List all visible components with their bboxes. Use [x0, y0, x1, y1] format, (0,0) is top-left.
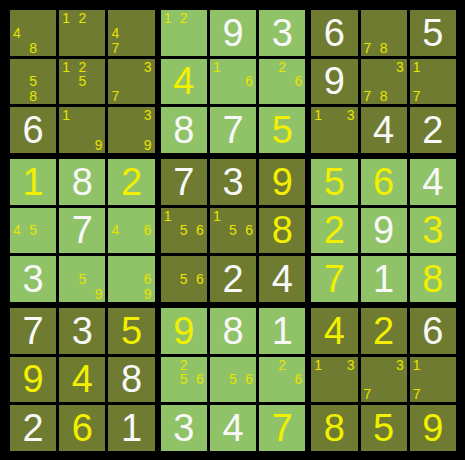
pencil-mark-2: 2 — [276, 358, 289, 373]
given-digit: 8 — [222, 312, 243, 350]
pencil-mark-6: 6 — [190, 372, 203, 387]
pencil-mark-6: 6 — [138, 272, 151, 287]
pencil-marks: 45 — [13, 209, 53, 253]
cell-r9c2[interactable]: 6 — [59, 405, 105, 451]
cell-r6c9[interactable]: 8 — [410, 256, 456, 302]
given-digit: 4 — [272, 260, 293, 298]
cell-r6c2[interactable]: 59 — [59, 256, 105, 302]
pencil-mark-7: 7 — [364, 89, 377, 104]
cell-r9c6[interactable]: 7 — [259, 405, 305, 451]
cell-r4c2[interactable]: 8 — [59, 159, 105, 205]
cell-r9c5[interactable]: 4 — [210, 405, 256, 451]
pencil-mark-9: 9 — [89, 137, 102, 152]
pencil-mark-9: 9 — [138, 286, 151, 301]
pencil-marks: 39 — [111, 108, 151, 152]
given-digit: 8 — [121, 360, 142, 398]
pencil-marks: 46 — [111, 209, 151, 253]
cell-r8c8[interactable]: 37 — [361, 357, 407, 403]
pencil-mark-6: 6 — [190, 272, 203, 287]
pencil-mark-1: 1 — [164, 209, 177, 224]
pencil-marks: 256 — [164, 358, 204, 402]
pencil-marks: 56 — [164, 257, 204, 301]
cell-r4c1[interactable]: 1 — [10, 159, 56, 205]
pencil-mark-1: 1 — [213, 209, 226, 224]
cell-r7c5[interactable]: 8 — [210, 308, 256, 354]
cell-r8c1[interactable]: 9 — [10, 357, 56, 403]
pencil-marks: 378 — [364, 60, 404, 104]
solved-digit: 7 — [324, 260, 345, 298]
cell-r5c6[interactable]: 8 — [259, 208, 305, 254]
cell-r1c7[interactable]: 6 — [311, 10, 357, 56]
box-6: 564293718 — [311, 159, 456, 302]
cell-r6c7[interactable]: 7 — [311, 256, 357, 302]
cell-r3c6[interactable]: 5 — [259, 107, 305, 153]
pencil-marks: 13 — [314, 108, 354, 152]
cell-r4c6[interactable]: 9 — [259, 159, 305, 205]
solved-digit: 4 — [72, 360, 93, 398]
cell-r6c6[interactable]: 4 — [259, 256, 305, 302]
solved-digit: 5 — [373, 409, 394, 447]
pencil-mark-4: 4 — [111, 26, 124, 41]
pencil-mark-5: 5 — [177, 223, 190, 238]
pencil-mark-2: 2 — [177, 11, 190, 26]
cell-r7c1[interactable]: 7 — [10, 308, 56, 354]
given-digit: 3 — [272, 14, 293, 52]
pencil-mark-3: 3 — [341, 358, 354, 373]
cell-r2c9[interactable]: 17 — [410, 59, 456, 105]
pencil-marks: 26 — [262, 358, 302, 402]
solved-digit: 2 — [324, 211, 345, 249]
solved-digit: 5 — [121, 312, 142, 350]
solved-digit: 5 — [324, 163, 345, 201]
pencil-marks: 37 — [364, 358, 404, 402]
pencil-mark-9: 9 — [89, 286, 102, 301]
solved-digit: 2 — [121, 163, 142, 201]
pencil-mark-6: 6 — [190, 223, 203, 238]
cell-r8c3[interactable]: 8 — [108, 357, 154, 403]
pencil-marks: 69 — [111, 257, 151, 301]
pencil-mark-3: 3 — [138, 108, 151, 123]
cell-r1c4[interactable]: 12 — [161, 10, 207, 56]
pencil-mark-7: 7 — [413, 89, 426, 104]
cell-r5c9[interactable]: 3 — [410, 208, 456, 254]
solved-digit: 6 — [373, 163, 394, 201]
cell-r6c8[interactable]: 1 — [361, 256, 407, 302]
pencil-mark-8: 8 — [377, 40, 390, 55]
pencil-marks: 47 — [111, 11, 151, 55]
cell-r9c8[interactable]: 5 — [361, 405, 407, 451]
pencil-mark-6: 6 — [240, 74, 253, 89]
given-digit: 2 — [222, 260, 243, 298]
cell-r6c5[interactable]: 2 — [210, 256, 256, 302]
solved-digit: 4 — [173, 62, 194, 100]
pencil-mark-7: 7 — [111, 89, 124, 104]
pencil-mark-5: 5 — [226, 372, 239, 387]
pencil-mark-2: 2 — [76, 60, 89, 75]
cell-r7c4[interactable]: 9 — [161, 308, 207, 354]
cell-r2c3[interactable]: 37 — [108, 59, 154, 105]
cell-r5c1[interactable]: 45 — [10, 208, 56, 254]
cell-r3c1[interactable]: 6 — [10, 107, 56, 153]
given-digit: 2 — [422, 111, 443, 149]
pencil-mark-3: 3 — [390, 60, 403, 75]
cell-r3c5[interactable]: 7 — [210, 107, 256, 153]
pencil-marks: 156 — [213, 209, 253, 253]
pencil-marks: 19 — [62, 108, 102, 152]
cell-r8c9[interactable]: 17 — [410, 357, 456, 403]
given-digit: 3 — [222, 163, 243, 201]
cell-r8c5[interactable]: 56 — [210, 357, 256, 403]
solved-digit: 4 — [324, 312, 345, 350]
cell-r5c5[interactable]: 156 — [210, 208, 256, 254]
pencil-mark-6: 6 — [138, 223, 151, 238]
pencil-marks: 17 — [413, 60, 453, 104]
cell-r9c3[interactable]: 1 — [108, 405, 154, 451]
cell-r7c7[interactable]: 4 — [311, 308, 357, 354]
pencil-mark-3: 3 — [138, 60, 151, 75]
pencil-mark-4: 4 — [13, 223, 26, 238]
cell-r7c6[interactable]: 1 — [259, 308, 305, 354]
pencil-mark-5: 5 — [177, 372, 190, 387]
cell-r2c5[interactable]: 16 — [210, 59, 256, 105]
pencil-mark-9: 9 — [138, 137, 151, 152]
pencil-mark-1: 1 — [164, 11, 177, 26]
cell-r5c8[interactable]: 9 — [361, 208, 407, 254]
pencil-marks: 48 — [13, 11, 53, 55]
cell-r7c9[interactable]: 6 — [410, 308, 456, 354]
solved-digit: 3 — [422, 211, 443, 249]
solved-digit: 2 — [373, 312, 394, 350]
solved-digit: 1 — [23, 163, 44, 201]
solved-digit: 8 — [422, 260, 443, 298]
cell-r1c6[interactable]: 3 — [259, 10, 305, 56]
given-digit: 5 — [422, 14, 443, 52]
given-digit: 1 — [121, 409, 142, 447]
pencil-mark-2: 2 — [76, 11, 89, 26]
box-7: 735948261 — [10, 308, 155, 451]
solved-digit: 8 — [324, 409, 345, 447]
solved-digit: 9 — [422, 409, 443, 447]
box-9: 426133717859 — [311, 308, 456, 451]
box-4: 1824574635969 — [10, 159, 155, 302]
cell-r2c7[interactable]: 9 — [311, 59, 357, 105]
given-digit: 9 — [373, 211, 394, 249]
cell-r5c7[interactable]: 2 — [311, 208, 357, 254]
box-5: 73915615685624 — [161, 159, 306, 302]
cell-r9c4[interactable]: 3 — [161, 405, 207, 451]
pencil-mark-7: 7 — [364, 40, 377, 55]
solved-digit: 9 — [23, 360, 44, 398]
given-digit: 9 — [324, 62, 345, 100]
pencil-mark-5: 5 — [26, 223, 39, 238]
given-digit: 6 — [422, 312, 443, 350]
cell-r7c2[interactable]: 3 — [59, 308, 105, 354]
pencil-mark-3: 3 — [390, 358, 403, 373]
pencil-marks: 59 — [62, 257, 102, 301]
cell-r6c1[interactable]: 3 — [10, 256, 56, 302]
pencil-mark-1: 1 — [314, 358, 327, 373]
pencil-marks: 56 — [213, 358, 253, 402]
given-digit: 3 — [173, 409, 194, 447]
pencil-mark-5: 5 — [226, 223, 239, 238]
cell-r9c7[interactable]: 8 — [311, 405, 357, 451]
given-digit: 4 — [422, 163, 443, 201]
pencil-mark-4: 4 — [13, 26, 26, 41]
given-digit: 7 — [222, 111, 243, 149]
cell-r5c3[interactable]: 46 — [108, 208, 154, 254]
cell-r7c8[interactable]: 2 — [361, 308, 407, 354]
pencil-mark-2: 2 — [177, 358, 190, 373]
cell-r1c2[interactable]: 12 — [59, 10, 105, 56]
pencil-marks: 17 — [413, 358, 453, 402]
given-digit: 7 — [72, 211, 93, 249]
given-digit: 1 — [373, 260, 394, 298]
solved-digit: 9 — [272, 163, 293, 201]
cell-r9c9[interactable]: 9 — [410, 405, 456, 451]
pencil-mark-5: 5 — [76, 272, 89, 287]
cell-r4c5[interactable]: 3 — [210, 159, 256, 205]
given-digit: 8 — [173, 111, 194, 149]
pencil-mark-8: 8 — [377, 89, 390, 104]
pencil-marks: 37 — [111, 60, 151, 104]
pencil-mark-2: 2 — [276, 60, 289, 75]
pencil-mark-8: 8 — [26, 40, 39, 55]
pencil-mark-8: 8 — [26, 89, 39, 104]
given-digit: 2 — [23, 409, 44, 447]
cell-r3c4[interactable]: 8 — [161, 107, 207, 153]
pencil-marks: 156 — [164, 209, 204, 253]
pencil-mark-3: 3 — [341, 108, 354, 123]
pencil-mark-1: 1 — [62, 108, 75, 123]
box-3: 67859378171342 — [311, 10, 456, 153]
pencil-mark-1: 1 — [213, 60, 226, 75]
cell-r8c2[interactable]: 4 — [59, 357, 105, 403]
pencil-mark-6: 6 — [289, 372, 302, 387]
cell-r8c6[interactable]: 26 — [259, 357, 305, 403]
given-digit: 7 — [23, 312, 44, 350]
cell-r1c3[interactable]: 47 — [108, 10, 154, 56]
given-digit: 7 — [173, 163, 194, 201]
pencil-mark-5: 5 — [177, 272, 190, 287]
pencil-marks: 58 — [13, 60, 53, 104]
solved-digit: 9 — [173, 312, 194, 350]
given-digit: 3 — [72, 312, 93, 350]
solved-digit: 8 — [272, 211, 293, 249]
given-digit: 1 — [272, 312, 293, 350]
pencil-mark-7: 7 — [111, 40, 124, 55]
cell-r4c3[interactable]: 2 — [108, 159, 154, 205]
cell-r1c8[interactable]: 78 — [361, 10, 407, 56]
given-digit: 8 — [72, 163, 93, 201]
cell-r4c7[interactable]: 5 — [311, 159, 357, 205]
cell-r9c1[interactable]: 2 — [10, 405, 56, 451]
given-digit: 6 — [324, 14, 345, 52]
cell-r4c9[interactable]: 4 — [410, 159, 456, 205]
pencil-mark-1: 1 — [413, 358, 426, 373]
given-digit: 3 — [23, 260, 44, 298]
given-digit: 4 — [373, 111, 394, 149]
pencil-marks: 12 — [164, 11, 204, 55]
solved-digit: 7 — [272, 409, 293, 447]
cell-r4c4[interactable]: 7 — [161, 159, 207, 205]
cell-r5c2[interactable]: 7 — [59, 208, 105, 254]
pencil-marks: 16 — [213, 60, 253, 104]
pencil-marks: 78 — [364, 11, 404, 55]
cell-r8c4[interactable]: 256 — [161, 357, 207, 403]
box-8: 9812565626347 — [161, 308, 306, 451]
pencil-mark-6: 6 — [240, 223, 253, 238]
cell-r2c8[interactable]: 378 — [361, 59, 407, 105]
pencil-marks: 125 — [62, 60, 102, 104]
solved-digit: 5 — [272, 111, 293, 149]
cell-r3c7[interactable]: 13 — [311, 107, 357, 153]
cell-r3c9[interactable]: 2 — [410, 107, 456, 153]
pencil-mark-7: 7 — [364, 387, 377, 402]
given-digit: 4 — [222, 409, 243, 447]
cell-r4c8[interactable]: 6 — [361, 159, 407, 205]
pencil-marks: 26 — [262, 60, 302, 104]
box-1: 481247581253761939 — [10, 10, 155, 153]
pencil-marks: 12 — [62, 11, 102, 55]
pencil-mark-1: 1 — [314, 108, 327, 123]
pencil-marks: 13 — [314, 358, 354, 402]
cell-r2c6[interactable]: 26 — [259, 59, 305, 105]
given-digit: 9 — [222, 14, 243, 52]
cell-r6c4[interactable]: 56 — [161, 256, 207, 302]
solved-digit: 6 — [72, 409, 93, 447]
pencil-mark-5: 5 — [76, 74, 89, 89]
cell-r2c4[interactable]: 4 — [161, 59, 207, 105]
cell-r5c4[interactable]: 156 — [161, 208, 207, 254]
pencil-mark-5: 5 — [26, 74, 39, 89]
sudoku-board: 481247581253761939 129341626875 67859378… — [0, 0, 465, 460]
given-digit: 6 — [23, 111, 44, 149]
cell-r3c8[interactable]: 4 — [361, 107, 407, 153]
pencil-mark-6: 6 — [289, 74, 302, 89]
cell-r1c9[interactable]: 5 — [410, 10, 456, 56]
pencil-mark-6: 6 — [240, 372, 253, 387]
pencil-mark-1: 1 — [62, 11, 75, 26]
pencil-mark-4: 4 — [111, 223, 124, 238]
cell-r2c1[interactable]: 58 — [10, 59, 56, 105]
pencil-mark-1: 1 — [413, 60, 426, 75]
cell-r3c2[interactable]: 19 — [59, 107, 105, 153]
cell-r6c3[interactable]: 69 — [108, 256, 154, 302]
cell-r1c5[interactable]: 9 — [210, 10, 256, 56]
cell-r3c3[interactable]: 39 — [108, 107, 154, 153]
cell-r8c7[interactable]: 13 — [311, 357, 357, 403]
pencil-mark-1: 1 — [62, 60, 75, 75]
cell-r2c2[interactable]: 125 — [59, 59, 105, 105]
cell-r7c3[interactable]: 5 — [108, 308, 154, 354]
cell-r1c1[interactable]: 48 — [10, 10, 56, 56]
pencil-mark-7: 7 — [413, 387, 426, 402]
box-2: 129341626875 — [161, 10, 306, 153]
